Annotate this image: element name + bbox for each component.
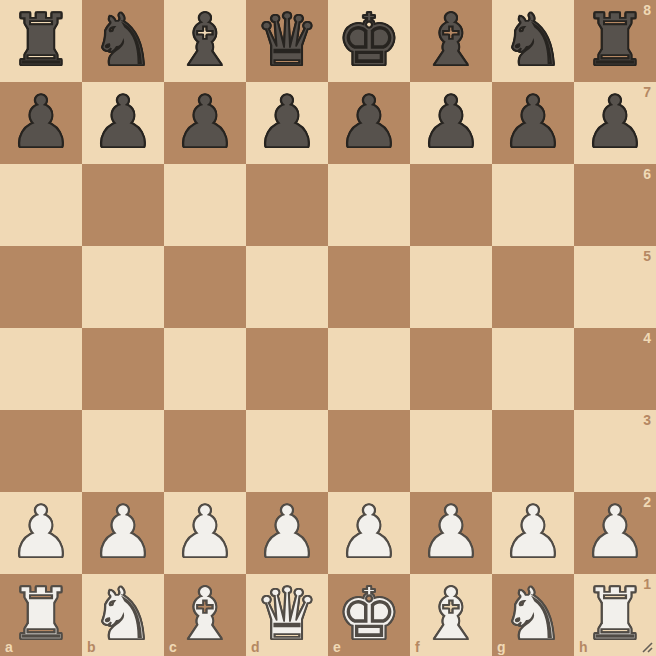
square-f1[interactable]: ♝f (410, 574, 492, 656)
rank-label-3: 3 (643, 412, 651, 428)
square-f8[interactable]: ♝ (410, 0, 492, 82)
piece-black-pawn[interactable]: ♟ (583, 81, 648, 163)
piece-white-rook[interactable]: ♜ (583, 573, 648, 655)
piece-black-bishop[interactable]: ♝ (173, 0, 238, 81)
piece-black-pawn[interactable]: ♟ (91, 81, 156, 163)
square-f7[interactable]: ♟ (410, 82, 492, 164)
square-b1[interactable]: ♞b (82, 574, 164, 656)
piece-black-king[interactable]: ♚ (337, 0, 402, 81)
square-f4[interactable] (410, 328, 492, 410)
square-h8[interactable]: ♜8 (574, 0, 656, 82)
square-h6[interactable]: 6 (574, 164, 656, 246)
piece-black-pawn[interactable]: ♟ (337, 81, 402, 163)
square-e7[interactable]: ♟ (328, 82, 410, 164)
piece-white-pawn[interactable]: ♟ (9, 491, 74, 573)
square-c6[interactable] (164, 164, 246, 246)
square-g8[interactable]: ♞ (492, 0, 574, 82)
square-h4[interactable]: 4 (574, 328, 656, 410)
piece-white-pawn[interactable]: ♟ (255, 491, 320, 573)
square-c5[interactable] (164, 246, 246, 328)
square-a5[interactable] (0, 246, 82, 328)
piece-white-king[interactable]: ♚ (337, 573, 402, 655)
square-b8[interactable]: ♞ (82, 0, 164, 82)
rank-label-5: 5 (643, 248, 651, 264)
square-f6[interactable] (410, 164, 492, 246)
square-d5[interactable] (246, 246, 328, 328)
piece-black-pawn[interactable]: ♟ (419, 81, 484, 163)
square-h5[interactable]: 5 (574, 246, 656, 328)
piece-black-rook[interactable]: ♜ (583, 0, 648, 81)
piece-black-knight[interactable]: ♞ (91, 0, 156, 81)
square-c1[interactable]: ♝c (164, 574, 246, 656)
square-d7[interactable]: ♟ (246, 82, 328, 164)
square-h7[interactable]: ♟7 (574, 82, 656, 164)
square-h2[interactable]: ♟2 (574, 492, 656, 574)
square-d4[interactable] (246, 328, 328, 410)
piece-white-pawn[interactable]: ♟ (337, 491, 402, 573)
piece-white-pawn[interactable]: ♟ (91, 491, 156, 573)
square-a3[interactable] (0, 410, 82, 492)
square-c4[interactable] (164, 328, 246, 410)
rank-label-6: 6 (643, 166, 651, 182)
square-c7[interactable]: ♟ (164, 82, 246, 164)
square-e6[interactable] (328, 164, 410, 246)
piece-white-pawn[interactable]: ♟ (173, 491, 238, 573)
square-g4[interactable] (492, 328, 574, 410)
square-e2[interactable]: ♟ (328, 492, 410, 574)
square-a8[interactable]: ♜ (0, 0, 82, 82)
square-e1[interactable]: ♚e (328, 574, 410, 656)
square-c3[interactable] (164, 410, 246, 492)
square-g7[interactable]: ♟ (492, 82, 574, 164)
piece-white-bishop[interactable]: ♝ (173, 573, 238, 655)
square-f3[interactable] (410, 410, 492, 492)
square-c2[interactable]: ♟ (164, 492, 246, 574)
piece-black-pawn[interactable]: ♟ (501, 81, 566, 163)
square-e8[interactable]: ♚ (328, 0, 410, 82)
square-d3[interactable] (246, 410, 328, 492)
square-e4[interactable] (328, 328, 410, 410)
piece-black-bishop[interactable]: ♝ (419, 0, 484, 81)
square-b3[interactable] (82, 410, 164, 492)
square-g6[interactable] (492, 164, 574, 246)
square-d1[interactable]: ♛d (246, 574, 328, 656)
piece-black-queen[interactable]: ♛ (255, 0, 320, 81)
piece-white-pawn[interactable]: ♟ (419, 491, 484, 573)
piece-white-bishop[interactable]: ♝ (419, 573, 484, 655)
square-a6[interactable] (0, 164, 82, 246)
square-c8[interactable]: ♝ (164, 0, 246, 82)
piece-black-pawn[interactable]: ♟ (255, 81, 320, 163)
piece-black-pawn[interactable]: ♟ (173, 81, 238, 163)
chess-board-container: ♜♞♝♛♚♝♞♜8♟♟♟♟♟♟♟♟76543♟♟♟♟♟♟♟♟2♜a♞b♝c♛d♚… (0, 0, 656, 656)
piece-white-knight[interactable]: ♞ (91, 573, 156, 655)
square-b5[interactable] (82, 246, 164, 328)
piece-black-rook[interactable]: ♜ (9, 0, 74, 81)
square-d8[interactable]: ♛ (246, 0, 328, 82)
square-f5[interactable] (410, 246, 492, 328)
square-a4[interactable] (0, 328, 82, 410)
square-d2[interactable]: ♟ (246, 492, 328, 574)
piece-white-knight[interactable]: ♞ (501, 573, 566, 655)
square-g1[interactable]: ♞g (492, 574, 574, 656)
square-g2[interactable]: ♟ (492, 492, 574, 574)
piece-white-pawn[interactable]: ♟ (501, 491, 566, 573)
square-h3[interactable]: 3 (574, 410, 656, 492)
rank-label-4: 4 (643, 330, 651, 346)
piece-black-pawn[interactable]: ♟ (9, 81, 74, 163)
piece-white-rook[interactable]: ♜ (9, 573, 74, 655)
piece-white-pawn[interactable]: ♟ (583, 491, 648, 573)
square-g3[interactable] (492, 410, 574, 492)
piece-white-queen[interactable]: ♛ (255, 573, 320, 655)
square-e3[interactable] (328, 410, 410, 492)
square-a2[interactable]: ♟ (0, 492, 82, 574)
square-g5[interactable] (492, 246, 574, 328)
square-a1[interactable]: ♜a (0, 574, 82, 656)
piece-black-knight[interactable]: ♞ (501, 0, 566, 81)
square-e5[interactable] (328, 246, 410, 328)
square-b7[interactable]: ♟ (82, 82, 164, 164)
square-a7[interactable]: ♟ (0, 82, 82, 164)
chess-board: ♜♞♝♛♚♝♞♜8♟♟♟♟♟♟♟♟76543♟♟♟♟♟♟♟♟2♜a♞b♝c♛d♚… (0, 0, 656, 656)
square-f2[interactable]: ♟ (410, 492, 492, 574)
square-b4[interactable] (82, 328, 164, 410)
board-resize-handle-icon[interactable] (639, 639, 655, 655)
square-b6[interactable] (82, 164, 164, 246)
square-d6[interactable] (246, 164, 328, 246)
square-b2[interactable]: ♟ (82, 492, 164, 574)
